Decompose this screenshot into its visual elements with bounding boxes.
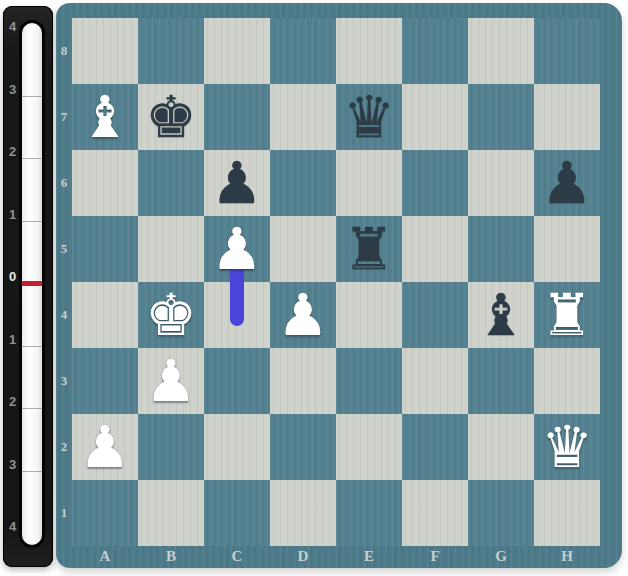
black-king-b7[interactable]: ♚ <box>138 84 204 150</box>
eval-tick-2 <box>22 221 42 222</box>
eval-tick-5 <box>22 471 42 472</box>
white-pawn-c5[interactable]: ♟ <box>204 216 270 282</box>
eval-tick-3 <box>22 346 42 347</box>
evaluation-gauge-groove <box>19 20 45 548</box>
black-pawn-c6[interactable]: ♟ <box>204 150 270 216</box>
eval-scale-8-4: 4 <box>6 518 19 536</box>
chess-analysis-view: 432101234 ♝♚♛♟♟♟♜♚♟♝♜♟♟♛ 87654321 ABCDEF… <box>0 0 628 576</box>
chess-board: ♝♚♛♟♟♟♜♚♟♝♜♟♟♛ 87654321 ABCDEFGH <box>56 3 622 568</box>
white-king-b4[interactable]: ♚ <box>138 282 204 348</box>
eval-scale-1-3: 3 <box>6 81 19 99</box>
white-queen-h2[interactable]: ♛ <box>534 414 600 480</box>
eval-tick-4 <box>22 408 42 409</box>
eval-scale-3-1: 1 <box>6 206 19 224</box>
eval-tick-1 <box>22 158 42 159</box>
eval-scale-7-3: 3 <box>6 456 19 474</box>
eval-scale-0-4: 4 <box>6 18 19 36</box>
eval-zero-marker <box>22 281 42 286</box>
black-bishop-g4[interactable]: ♝ <box>468 282 534 348</box>
black-rook-e5[interactable]: ♜ <box>336 216 402 282</box>
black-pawn-h6[interactable]: ♟ <box>534 150 600 216</box>
eval-tick-0 <box>22 96 42 97</box>
piece-layer: ♝♚♛♟♟♟♜♚♟♝♜♟♟♛ <box>72 18 600 546</box>
white-pawn-d4[interactable]: ♟ <box>270 282 336 348</box>
black-queen-e7[interactable]: ♛ <box>336 84 402 150</box>
white-bishop-a7[interactable]: ♝ <box>72 84 138 150</box>
white-pawn-a2[interactable]: ♟ <box>72 414 138 480</box>
eval-scale-5-1: 1 <box>6 331 19 349</box>
evaluation-scale-labels: 432101234 <box>6 6 19 567</box>
evaluation-gauge-fill <box>22 23 42 545</box>
evaluation-bar: 432101234 <box>3 6 53 567</box>
eval-scale-4-0: 0 <box>6 268 19 286</box>
white-rook-h4[interactable]: ♜ <box>534 282 600 348</box>
eval-scale-2-2: 2 <box>6 143 19 161</box>
eval-scale-6-2: 2 <box>6 393 19 411</box>
white-pawn-b3[interactable]: ♟ <box>138 348 204 414</box>
